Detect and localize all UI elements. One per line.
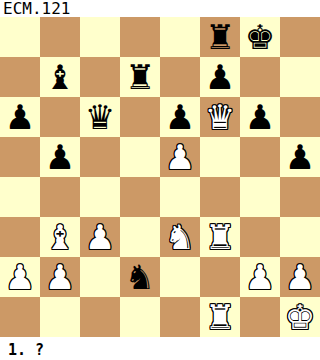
- square-e4[interactable]: [160, 177, 200, 217]
- square-c7[interactable]: [80, 57, 120, 97]
- square-h8[interactable]: [280, 17, 320, 57]
- white-pawn-piece[interactable]: ♟: [5, 257, 35, 297]
- black-pawn-piece[interactable]: ♟: [205, 57, 235, 97]
- square-b8[interactable]: [40, 17, 80, 57]
- white-rook-piece[interactable]: ♜: [205, 217, 235, 257]
- black-king-piece[interactable]: ♚: [245, 17, 275, 57]
- black-bishop-piece[interactable]: ♝: [45, 57, 75, 97]
- black-rook-piece[interactable]: ♜: [125, 57, 155, 97]
- black-knight-piece[interactable]: ♞: [125, 257, 155, 297]
- square-f5[interactable]: [200, 137, 240, 177]
- chess-board: ♜♚♝♜♟♟♛♟♛♟♟♟♟♝♟♞♜♟♟♞♟♟♜♚: [0, 17, 320, 337]
- square-c1[interactable]: [80, 297, 120, 337]
- black-pawn-piece[interactable]: ♟: [165, 97, 195, 137]
- square-c4[interactable]: [80, 177, 120, 217]
- square-a4[interactable]: [0, 177, 40, 217]
- square-f1[interactable]: ♜: [200, 297, 240, 337]
- black-pawn-piece[interactable]: ♟: [285, 137, 315, 177]
- square-a1[interactable]: [0, 297, 40, 337]
- square-a3[interactable]: [0, 217, 40, 257]
- square-f2[interactable]: [200, 257, 240, 297]
- black-queen-piece[interactable]: ♛: [85, 97, 115, 137]
- square-c8[interactable]: [80, 17, 120, 57]
- white-pawn-piece[interactable]: ♟: [85, 217, 115, 257]
- square-b5[interactable]: ♟: [40, 137, 80, 177]
- square-a5[interactable]: [0, 137, 40, 177]
- white-queen-piece[interactable]: ♛: [205, 97, 235, 137]
- square-g8[interactable]: ♚: [240, 17, 280, 57]
- square-h4[interactable]: [280, 177, 320, 217]
- square-a8[interactable]: [0, 17, 40, 57]
- white-bishop-piece[interactable]: ♝: [45, 217, 75, 257]
- diagram-title: ECM.121: [0, 0, 320, 17]
- square-d2[interactable]: ♞: [120, 257, 160, 297]
- white-king-piece[interactable]: ♚: [285, 297, 315, 337]
- square-e8[interactable]: [160, 17, 200, 57]
- square-g6[interactable]: ♟: [240, 97, 280, 137]
- square-h3[interactable]: [280, 217, 320, 257]
- white-pawn-piece[interactable]: ♟: [285, 257, 315, 297]
- square-a6[interactable]: ♟: [0, 97, 40, 137]
- black-pawn-piece[interactable]: ♟: [245, 97, 275, 137]
- square-g2[interactable]: ♟: [240, 257, 280, 297]
- square-g7[interactable]: [240, 57, 280, 97]
- square-g1[interactable]: [240, 297, 280, 337]
- square-d4[interactable]: [120, 177, 160, 217]
- black-pawn-piece[interactable]: ♟: [45, 137, 75, 177]
- white-rook-piece[interactable]: ♜: [205, 297, 235, 337]
- white-pawn-piece[interactable]: ♟: [165, 137, 195, 177]
- square-f7[interactable]: ♟: [200, 57, 240, 97]
- square-h5[interactable]: ♟: [280, 137, 320, 177]
- white-pawn-piece[interactable]: ♟: [245, 257, 275, 297]
- square-a2[interactable]: ♟: [0, 257, 40, 297]
- square-c5[interactable]: [80, 137, 120, 177]
- square-e7[interactable]: [160, 57, 200, 97]
- square-b3[interactable]: ♝: [40, 217, 80, 257]
- square-g5[interactable]: [240, 137, 280, 177]
- square-d6[interactable]: [120, 97, 160, 137]
- square-c3[interactable]: ♟: [80, 217, 120, 257]
- square-g4[interactable]: [240, 177, 280, 217]
- square-e5[interactable]: ♟: [160, 137, 200, 177]
- square-g3[interactable]: [240, 217, 280, 257]
- square-h6[interactable]: [280, 97, 320, 137]
- square-f3[interactable]: ♜: [200, 217, 240, 257]
- square-e1[interactable]: [160, 297, 200, 337]
- black-rook-piece[interactable]: ♜: [205, 17, 235, 57]
- square-e6[interactable]: ♟: [160, 97, 200, 137]
- square-f6[interactable]: ♛: [200, 97, 240, 137]
- square-h2[interactable]: ♟: [280, 257, 320, 297]
- black-pawn-piece[interactable]: ♟: [5, 97, 35, 137]
- square-c2[interactable]: [80, 257, 120, 297]
- square-e3[interactable]: ♞: [160, 217, 200, 257]
- square-h1[interactable]: ♚: [280, 297, 320, 337]
- square-d1[interactable]: [120, 297, 160, 337]
- square-b4[interactable]: [40, 177, 80, 217]
- square-e2[interactable]: [160, 257, 200, 297]
- white-pawn-piece[interactable]: ♟: [45, 257, 75, 297]
- square-d5[interactable]: [120, 137, 160, 177]
- square-h7[interactable]: [280, 57, 320, 97]
- square-b6[interactable]: [40, 97, 80, 137]
- square-f4[interactable]: [200, 177, 240, 217]
- square-b7[interactable]: ♝: [40, 57, 80, 97]
- square-f8[interactable]: ♜: [200, 17, 240, 57]
- square-d7[interactable]: ♜: [120, 57, 160, 97]
- square-d8[interactable]: [120, 17, 160, 57]
- square-d3[interactable]: [120, 217, 160, 257]
- chess-puzzle-page: ECM.121 ♜♚♝♜♟♟♛♟♛♟♟♟♟♝♟♞♜♟♟♞♟♟♜♚ 1. ?: [0, 0, 320, 360]
- move-prompt: 1. ?: [0, 337, 320, 360]
- square-c6[interactable]: ♛: [80, 97, 120, 137]
- white-knight-piece[interactable]: ♞: [165, 217, 195, 257]
- square-b2[interactable]: ♟: [40, 257, 80, 297]
- square-b1[interactable]: [40, 297, 80, 337]
- square-a7[interactable]: [0, 57, 40, 97]
